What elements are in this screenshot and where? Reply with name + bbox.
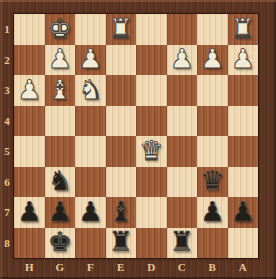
square-f7[interactable]: ♟ xyxy=(75,197,106,228)
black-rook-piece[interactable]: ♜ xyxy=(170,228,194,255)
black-bishop-piece[interactable]: ♝ xyxy=(109,198,133,225)
square-a1[interactable]: ♜ xyxy=(228,14,259,45)
square-d8[interactable] xyxy=(136,228,167,259)
white-pawn-piece[interactable]: ♟ xyxy=(170,45,194,72)
square-e5[interactable] xyxy=(106,136,137,167)
square-a8[interactable] xyxy=(228,228,259,259)
square-d7[interactable] xyxy=(136,197,167,228)
square-f8[interactable] xyxy=(75,228,106,259)
file-labels: HGFEDCBA xyxy=(14,258,258,279)
rank-label-1: 1 xyxy=(0,14,14,45)
square-a2[interactable]: ♟ xyxy=(228,45,259,76)
square-g8[interactable]: ♚ xyxy=(45,228,76,259)
square-g4[interactable] xyxy=(45,106,76,137)
black-rook-piece[interactable]: ♜ xyxy=(109,228,133,255)
square-e8[interactable]: ♜ xyxy=(106,228,137,259)
file-label-e: E xyxy=(106,258,137,279)
file-label-b: B xyxy=(197,258,228,279)
square-f4[interactable] xyxy=(75,106,106,137)
square-c8[interactable]: ♜ xyxy=(167,228,198,259)
square-d1[interactable] xyxy=(136,14,167,45)
white-rook-piece[interactable]: ♜ xyxy=(231,15,255,42)
square-c4[interactable] xyxy=(167,106,198,137)
square-h3[interactable]: ♟ xyxy=(14,75,45,106)
file-label-h: H xyxy=(14,258,45,279)
square-b1[interactable] xyxy=(197,14,228,45)
file-label-g: G xyxy=(45,258,76,279)
rank-label-7: 7 xyxy=(0,197,14,228)
square-e2[interactable] xyxy=(106,45,137,76)
black-pawn-piece[interactable]: ♟ xyxy=(17,198,41,225)
black-knight-piece[interactable]: ♞ xyxy=(48,167,72,194)
rank-label-5: 5 xyxy=(0,136,14,167)
white-bishop-piece[interactable]: ♝ xyxy=(48,76,72,103)
square-c1[interactable] xyxy=(167,14,198,45)
square-a6[interactable] xyxy=(228,167,259,198)
rank-label-2: 2 xyxy=(0,45,14,76)
square-h5[interactable] xyxy=(14,136,45,167)
black-pawn-piece[interactable]: ♟ xyxy=(200,198,224,225)
black-pawn-piece[interactable]: ♟ xyxy=(231,198,255,225)
square-b8[interactable] xyxy=(197,228,228,259)
chessboard-widget: 12345678 HGFEDCBA ♚♜♜♟♟♟♟♟♟♝♞♛♞♛♟♟♟♝♟♟♚♜… xyxy=(0,0,276,279)
file-label-d: D xyxy=(136,258,167,279)
white-pawn-piece[interactable]: ♟ xyxy=(200,45,224,72)
square-a5[interactable] xyxy=(228,136,259,167)
square-h2[interactable] xyxy=(14,45,45,76)
rank-label-3: 3 xyxy=(0,75,14,106)
square-e1[interactable]: ♜ xyxy=(106,14,137,45)
square-f6[interactable] xyxy=(75,167,106,198)
square-a3[interactable] xyxy=(228,75,259,106)
square-g6[interactable]: ♞ xyxy=(45,167,76,198)
square-b2[interactable]: ♟ xyxy=(197,45,228,76)
square-b6[interactable]: ♛ xyxy=(197,167,228,198)
black-king-piece[interactable]: ♚ xyxy=(48,228,72,255)
square-b3[interactable] xyxy=(197,75,228,106)
white-queen-piece[interactable]: ♛ xyxy=(139,137,163,164)
square-h8[interactable] xyxy=(14,228,45,259)
square-f2[interactable]: ♟ xyxy=(75,45,106,76)
rank-label-8: 8 xyxy=(0,228,14,259)
white-pawn-piece[interactable]: ♟ xyxy=(17,76,41,103)
white-pawn-piece[interactable]: ♟ xyxy=(48,45,72,72)
square-e6[interactable] xyxy=(106,167,137,198)
square-d5[interactable]: ♛ xyxy=(136,136,167,167)
square-g2[interactable]: ♟ xyxy=(45,45,76,76)
square-a7[interactable]: ♟ xyxy=(228,197,259,228)
file-label-c: C xyxy=(167,258,198,279)
square-b4[interactable] xyxy=(197,106,228,137)
black-queen-piece[interactable]: ♛ xyxy=(200,167,224,194)
square-h1[interactable] xyxy=(14,14,45,45)
square-c2[interactable]: ♟ xyxy=(167,45,198,76)
square-c3[interactable] xyxy=(167,75,198,106)
square-h4[interactable] xyxy=(14,106,45,137)
rank-label-6: 6 xyxy=(0,167,14,198)
square-c5[interactable] xyxy=(167,136,198,167)
square-h7[interactable]: ♟ xyxy=(14,197,45,228)
rank-label-4: 4 xyxy=(0,106,14,137)
rank-labels: 12345678 xyxy=(0,14,14,258)
square-e4[interactable] xyxy=(106,106,137,137)
square-g3[interactable]: ♝ xyxy=(45,75,76,106)
board[interactable]: ♚♜♜♟♟♟♟♟♟♝♞♛♞♛♟♟♟♝♟♟♚♜♜ xyxy=(14,14,258,258)
square-d3[interactable] xyxy=(136,75,167,106)
white-pawn-piece[interactable]: ♟ xyxy=(78,45,102,72)
square-d6[interactable] xyxy=(136,167,167,198)
white-rook-piece[interactable]: ♜ xyxy=(109,15,133,42)
square-e3[interactable] xyxy=(106,75,137,106)
square-d2[interactable] xyxy=(136,45,167,76)
square-b5[interactable] xyxy=(197,136,228,167)
black-pawn-piece[interactable]: ♟ xyxy=(48,198,72,225)
file-label-a: A xyxy=(228,258,259,279)
black-pawn-piece[interactable]: ♟ xyxy=(78,198,102,225)
white-knight-piece[interactable]: ♞ xyxy=(78,76,102,103)
square-f1[interactable] xyxy=(75,14,106,45)
square-h6[interactable] xyxy=(14,167,45,198)
square-g7[interactable]: ♟ xyxy=(45,197,76,228)
square-g5[interactable] xyxy=(45,136,76,167)
square-c6[interactable] xyxy=(167,167,198,198)
square-g1[interactable]: ♚ xyxy=(45,14,76,45)
square-d4[interactable] xyxy=(136,106,167,137)
white-king-piece[interactable]: ♚ xyxy=(48,15,72,42)
file-label-f: F xyxy=(75,258,106,279)
white-pawn-piece[interactable]: ♟ xyxy=(231,45,255,72)
square-f5[interactable] xyxy=(75,136,106,167)
square-c7[interactable] xyxy=(167,197,198,228)
square-a4[interactable] xyxy=(228,106,259,137)
square-f3[interactable]: ♞ xyxy=(75,75,106,106)
square-b7[interactable]: ♟ xyxy=(197,197,228,228)
square-e7[interactable]: ♝ xyxy=(106,197,137,228)
